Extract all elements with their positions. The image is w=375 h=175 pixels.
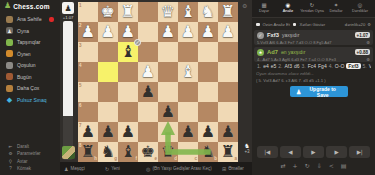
board-footer-label: (Ən Yaxşı Gedişlər Arası Keç) (152, 166, 212, 171)
square-a2[interactable]: ♟ (218, 22, 238, 42)
sidebar-item-tapşırıqlar[interactable]: Tapşırıqlar (0, 36, 60, 48)
file-label-e: e (154, 156, 157, 161)
square-g3[interactable] (98, 42, 118, 62)
tab-dərsliklər[interactable]: ◎Dərsliklər (348, 2, 372, 18)
analysis-options-row: Özün Analiz Et Xətləri Göstər dərinlik=2… (256, 21, 371, 28)
white-pawn-a2[interactable]: ♟ (218, 22, 238, 42)
gear-icon: ⚙ (8, 151, 13, 156)
self-analysis-checkbox[interactable] (256, 23, 260, 27)
line-move: Ad7 (267, 49, 278, 55)
square-e5[interactable]: ♟ (138, 82, 158, 102)
line-verdict: yaxşıdır (282, 32, 300, 38)
square-d6[interactable]: ♟ (158, 102, 178, 122)
board-footer-icon: ◎ (146, 166, 150, 172)
tab-detallar[interactable]: ✦Detallar (324, 2, 348, 18)
board-footer-bar: ♟Məşqçi↻Yeni◎(Ən Yaxşı Gedişlər Arası Ke… (60, 162, 252, 175)
upgrade-to-save-button[interactable]: ♟ Upgrade to Save (290, 86, 348, 97)
square-b2[interactable]: ♟ (198, 22, 218, 42)
square-e3[interactable] (138, 42, 158, 62)
square-c2[interactable]: ♟ (178, 22, 198, 42)
board-tools-row: ⇄+↻⇩<▤ (252, 162, 375, 169)
chess-board[interactable]: 1♚♜♛♝♞♜♟2♟♟♟♟♟♟3♝✓4♟♝5♟6♟♟7♟♟♟♟♟♜8h♞g♝f♚… (78, 2, 238, 162)
rank-label-1: 1 (79, 3, 82, 8)
square-f6[interactable] (118, 102, 138, 122)
self-analysis-label: Özün Analiz Et (263, 22, 290, 27)
square-b7[interactable]: ♟ (198, 122, 218, 142)
sidebar-item-öyrən[interactable]: Öyrən (0, 48, 60, 60)
diamond-icon: ◆ (6, 96, 13, 103)
black-pawn-a7[interactable]: ♟ (218, 122, 238, 142)
logo-pawn-icon: ♟ (4, 2, 11, 10)
move-number: 4. (329, 63, 333, 69)
eval-bar-track (63, 21, 73, 160)
square-d3[interactable] (158, 42, 178, 62)
move-list: 1.e4e52.Af3d63.Fc4Fg44.O-OFxf35.Vxf3 (256, 63, 371, 69)
white-knight-b1[interactable]: ♞ (198, 2, 218, 22)
white-queen-d1[interactable]: ♛ (158, 2, 178, 22)
move[interactable]: d6 (294, 63, 300, 69)
square-c5[interactable] (178, 82, 198, 102)
square-b3[interactable] (198, 42, 218, 62)
square-c6[interactable] (178, 102, 198, 122)
reset-icon[interactable]: ↻ (305, 162, 310, 169)
current-move[interactable]: Fxf3 (346, 63, 360, 69)
white-bishop-c4[interactable]: ♝ (178, 62, 198, 82)
square-e2[interactable] (138, 22, 158, 42)
chesscom-logo[interactable]: ♟ Chess.com (4, 2, 50, 10)
line-pv: 4...Ad7 5.Ac3 Agf6 6.d3 Fe7 7.a4 O-O 8.F… (257, 57, 336, 62)
square-b1[interactable]: ♞ (198, 2, 218, 22)
sidebar-item-label: Ana Səhifə (17, 16, 41, 22)
flip-board-icon[interactable]: ⇄ (281, 162, 286, 169)
square-a4[interactable] (218, 62, 238, 82)
file-label-b: b (214, 156, 217, 161)
square-h7[interactable]: ♟7 (78, 122, 98, 142)
board-footer-label: Məşqçi (70, 166, 84, 171)
board-footer-icon: ♟ (64, 166, 68, 172)
download-icon[interactable]: ⇩ (317, 162, 322, 169)
eval-score: +1.07 (62, 15, 74, 20)
white-pawn-b2[interactable]: ♟ (198, 22, 218, 42)
sidebar-item-pulsuz-sınaq[interactable]: ◆Pulsuz Sınaq (0, 94, 60, 106)
square-h8[interactable]: ♜8h (78, 142, 98, 162)
move[interactable]: Fg4 (318, 63, 327, 69)
board-footer-item[interactable]: ◎(Ən Yaxşı Gedişlər Arası Keç) (146, 162, 212, 175)
move-number: 1. (257, 63, 261, 69)
sidebar-item-qoşulun[interactable]: Qoşulun (0, 59, 60, 71)
tab-icon: ▦ (261, 2, 266, 9)
tab-label: Dəyər (259, 9, 269, 14)
square-a3[interactable] (218, 42, 238, 62)
tab-label: Detallar (329, 9, 342, 14)
tab-label: Yenidən Oyna (300, 9, 324, 14)
board-footer-icon: ⊞ (222, 166, 226, 172)
sidebar-item-bugün[interactable]: Bugün (0, 71, 60, 83)
eval-bar-white-portion (63, 21, 73, 116)
square-c8[interactable]: c (178, 142, 198, 162)
square-f3[interactable]: ♝✓ (118, 42, 138, 62)
square-d5[interactable] (158, 82, 178, 102)
move-number: 2. (278, 63, 282, 69)
move[interactable]: Af3 (284, 63, 292, 69)
file-label-a: a (234, 156, 237, 161)
next-move-button[interactable]: ▶ (326, 146, 347, 158)
file-label-f: f (136, 156, 138, 161)
square-f7[interactable]: ♟ (118, 122, 138, 142)
line-move: Fxf3 (267, 32, 279, 38)
sidebar-item-label: Qoşulun (17, 62, 36, 68)
white-rook-f1[interactable]: ♜ (118, 2, 138, 22)
variation-line: ( 5. Vxf3 Ad7 6. c3 Af6 7. d3 d5 +1.1 ) (256, 78, 371, 83)
go-to-start-button[interactable]: |◀ (257, 146, 278, 158)
file-label-d: d (174, 156, 177, 161)
square-a5[interactable] (218, 82, 238, 102)
square-c3[interactable] (178, 42, 198, 62)
sidebar-bottom-label: Daralt (17, 144, 29, 149)
move-number: 5. (363, 63, 367, 69)
black-pawn-g7[interactable]: ♟ (98, 122, 118, 142)
board-settings-gear-icon[interactable]: ⚙ (242, 2, 247, 9)
logo-text: Chess.com (13, 3, 49, 10)
square-b8[interactable]: ♞b (198, 142, 218, 162)
square-c7[interactable]: ♟ (178, 122, 198, 142)
square-h3[interactable]: 3 (78, 42, 98, 62)
square-g2[interactable]: ♟ (98, 22, 118, 42)
square-d4[interactable] (158, 62, 178, 82)
rank-label-6: 6 (79, 103, 82, 108)
square-a1[interactable]: ♜ (218, 2, 238, 22)
sidebar-item-label: Oyna (17, 28, 29, 34)
tab-label: Dərsliklər (352, 9, 368, 14)
sidebar-bottom-label: Kömək (17, 166, 31, 171)
black-pawn-b7[interactable]: ♟ (198, 122, 218, 142)
square-g8[interactable]: ♞g (98, 142, 118, 162)
rank-label-8: 8 (79, 143, 82, 148)
tab-icon: ↻ (310, 2, 315, 9)
search-icon: ⚲ (8, 159, 13, 164)
line-eval-badge: +1.07 (355, 32, 370, 38)
pawn-icon: ♟ (6, 27, 13, 34)
black-pawn-f7[interactable]: ♟ (118, 122, 138, 142)
add-icon[interactable]: + (293, 162, 298, 169)
analysis-panel: ▦Dəyər◉Analiz↻Yenidən Oyna✦Detallar◎Dərs… (252, 0, 375, 175)
square-f5[interactable] (118, 82, 138, 102)
square-g5[interactable] (98, 82, 118, 102)
square-h2[interactable]: ♟2 (78, 22, 98, 42)
square-h6[interactable]: 6 (78, 102, 98, 122)
go-to-end-button[interactable]: ▶| (349, 146, 370, 158)
black-pawn-c7[interactable]: ♟ (178, 122, 198, 142)
square-f1[interactable]: ♜ (118, 2, 138, 22)
white-king-g1[interactable]: ♚ (98, 2, 118, 22)
depth-label: dərinlik=20 (345, 22, 365, 27)
white-pawn-c2[interactable]: ♟ (178, 22, 198, 42)
expand-line-icon[interactable]: ⊕ (366, 40, 370, 45)
move-classification-badge: ✓ (134, 39, 141, 46)
help-icon: ? (8, 166, 13, 171)
white-bishop-c1[interactable]: ♝ (178, 2, 198, 22)
board-footer-item[interactable]: ↻Yeni (105, 162, 120, 175)
line-pv: 5.Vxf3 Af6 6.Ac3 Fe7 7.d3 O-O 8.Fg5 Ad7 (257, 40, 332, 45)
square-a6[interactable] (218, 102, 238, 122)
square-h5[interactable]: 5 (78, 82, 98, 102)
white-pawn-g2[interactable]: ♟ (98, 22, 118, 42)
square-e6[interactable] (138, 102, 158, 122)
play-button[interactable]: ▶ (303, 146, 324, 158)
rank-label-5: 5 (79, 83, 82, 88)
best-move-icon: ★ (257, 49, 264, 56)
sidebar-item-label: Öyrən (17, 51, 31, 57)
square-d8[interactable]: ♛d (158, 142, 178, 162)
upgrade-pieces-icon: ♟ (296, 88, 301, 95)
square-g7[interactable]: ♟ (98, 122, 118, 142)
square-g6[interactable] (98, 102, 118, 122)
rank-label-2: 2 (79, 23, 82, 28)
eval-pawn-icon: ♟ (62, 2, 74, 14)
sidebar-bottom-help[interactable]: ?Kömək (0, 165, 60, 173)
evaluation-bar: ♟ +1.07 (62, 2, 75, 160)
engine-line-best[interactable]: ★Ad7ən yaxşıdır+0.884...Ad7 5.Ac3 Agf6 6… (254, 47, 373, 62)
expand-line-icon[interactable]: ⊕ (366, 57, 370, 62)
square-f8[interactable]: ♝f (118, 142, 138, 162)
black-pawn-e5[interactable]: ♟ (138, 82, 158, 102)
line-eval-badge: +0.88 (355, 49, 370, 55)
square-c4[interactable]: ♝ (178, 62, 198, 82)
square-h4[interactable]: 4 (78, 62, 98, 82)
black-pawn-d6[interactable]: ♟ (158, 102, 178, 122)
rank-label-3: 3 (79, 43, 82, 48)
file-label-h: h (94, 156, 97, 161)
square-d7[interactable] (158, 122, 178, 142)
depth-settings-gear-icon[interactable]: ⚙ (367, 22, 371, 27)
sidebar-item-oyna[interactable]: ♟Oyna (0, 25, 60, 37)
white-pawn-d2[interactable]: ♟ (158, 22, 178, 42)
tab-icon: ◎ (358, 2, 363, 9)
social-icon (6, 62, 13, 69)
square-e8[interactable]: ♚e (138, 142, 158, 162)
file-label-g: g (114, 156, 117, 161)
square-h1[interactable]: 1 (78, 2, 98, 22)
move-number: 3. (302, 63, 306, 69)
file-label-c: c (194, 156, 197, 161)
lessons-icon (6, 50, 13, 57)
move[interactable]: O-O (335, 63, 344, 69)
move-navigation-controls: |◀◀▶▶▶| (257, 146, 370, 158)
board-footer-label: Yeni (111, 166, 120, 171)
more-icon (6, 85, 13, 92)
square-g4[interactable] (98, 62, 118, 82)
previous-move-button[interactable]: ◀ (280, 146, 301, 158)
show-lines-checkbox[interactable] (293, 23, 297, 27)
square-d1[interactable]: ♛ (158, 2, 178, 22)
sidebar-item-label: Bugün (17, 74, 31, 80)
board-footer-item[interactable]: ⊞Əməllər (222, 162, 244, 175)
tab-dəyər[interactable]: ▦Dəyər (252, 2, 276, 18)
rank-label-7: 7 (79, 123, 82, 128)
white-pawn-e4[interactable]: ♟ (138, 62, 158, 82)
tab-label: Analiz (283, 9, 293, 14)
move[interactable]: e5 (271, 63, 277, 69)
board-footer-icon: ↻ (105, 166, 109, 172)
continuation-note: Oyun davamına əlavə edildi... (256, 71, 371, 76)
square-c1[interactable]: ♝ (178, 2, 198, 22)
sidebar-bottom-label: Axtar (17, 159, 28, 164)
chesscom-analysis-page: ♟ Chess.com Ana Səhifə♟OynaTapşırıqlarÖy… (0, 0, 375, 175)
square-a8[interactable]: ♜a (218, 142, 238, 162)
line-verdict: ən yaxşıdır (281, 49, 305, 55)
player-avatar[interactable] (62, 146, 75, 159)
sidebar-bottom-label: Parametrlər (17, 151, 41, 156)
panel-tabs: ▦Dəyər◉Analiz↻Yenidən Oyna✦Detallar◎Dərs… (252, 0, 375, 18)
home-avatar-icon (6, 16, 13, 23)
square-a7[interactable]: ♟ (218, 122, 238, 142)
square-b4[interactable] (198, 62, 218, 82)
square-f4[interactable] (118, 62, 138, 82)
sidebar-item-label: Tapşırıqlar (17, 39, 40, 45)
collapse-icon: ⇤ (8, 144, 13, 149)
board-view-icon[interactable]: ▤ (341, 162, 347, 169)
puzzle-icon (6, 39, 13, 46)
square-g1[interactable]: ♚ (98, 2, 118, 22)
sidebar-item-ana-səhifə[interactable]: Ana Səhifə (0, 13, 60, 25)
move[interactable]: Fc4 (308, 63, 316, 69)
square-e4[interactable]: ♟ (138, 62, 158, 82)
rank-label-4: 4 (79, 63, 82, 68)
sidebar-item-label: Daha Çox (17, 85, 39, 91)
sidebar-item-daha-çox[interactable]: Daha Çox (0, 82, 60, 94)
move[interactable]: e4 (263, 63, 269, 69)
share-icon[interactable]: < (329, 162, 334, 169)
engine-line-good[interactable]: ✓Fxf3yaxşıdır+1.075.Vxf3 Af6 6.Ac3 Fe7 7… (254, 30, 373, 45)
sidebar: ♟ Chess.com Ana Səhifə♟OynaTapşırıqlarÖy… (0, 0, 60, 175)
square-b5[interactable] (198, 82, 218, 102)
tab-analiz[interactable]: ◉Analiz (276, 2, 300, 18)
square-d2[interactable]: ♟ (158, 22, 178, 42)
white-rook-a1[interactable]: ♜ (218, 2, 238, 22)
tab-yenidən-oyna[interactable]: ↻Yenidən Oyna (300, 2, 324, 18)
good-move-icon: ✓ (257, 32, 264, 39)
board-footer-item[interactable]: ♟Məşqçi (64, 162, 85, 175)
news-icon (6, 73, 13, 80)
sidebar-item-label: Pulsuz Sınaq (17, 97, 46, 103)
show-lines-label: Xətləri Göstər (299, 22, 325, 27)
tab-icon: ✦ (334, 2, 339, 9)
square-e1[interactable] (138, 2, 158, 22)
notification-badge (49, 17, 54, 22)
tab-icon: ◉ (286, 2, 291, 9)
square-b6[interactable] (198, 102, 218, 122)
board-footer-label: Əməllər (228, 166, 244, 171)
move[interactable]: Vxf3 (369, 63, 371, 69)
square-e7[interactable] (138, 122, 158, 142)
